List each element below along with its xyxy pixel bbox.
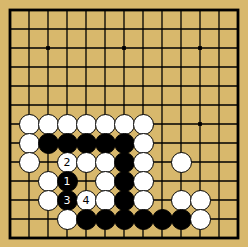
move-number: 4 — [83, 195, 90, 206]
white-stone — [95, 190, 116, 211]
white-stone — [95, 114, 116, 135]
white-stone — [95, 152, 116, 173]
black-stone — [114, 190, 135, 211]
go-diagram: 2134 — [0, 0, 247, 247]
white-stone — [19, 133, 40, 154]
white-stone — [19, 114, 40, 135]
black-stone — [114, 152, 135, 173]
black-stone — [76, 209, 97, 230]
white-stone — [133, 152, 154, 173]
black-stone — [95, 209, 116, 230]
white-stone — [171, 152, 192, 173]
black-stone — [76, 133, 97, 154]
white-stone — [38, 171, 59, 192]
black-stone — [114, 209, 135, 230]
white-stone — [133, 114, 154, 135]
white-stone-move-2: 2 — [57, 152, 78, 173]
white-stone — [114, 114, 135, 135]
white-stone — [38, 114, 59, 135]
white-stone — [190, 209, 211, 230]
white-stone — [133, 190, 154, 211]
white-stone — [76, 152, 97, 173]
black-stone-move-3: 3 — [57, 190, 78, 211]
black-stone — [152, 209, 173, 230]
white-stone — [133, 133, 154, 154]
black-stone — [171, 209, 192, 230]
black-stone — [114, 171, 135, 192]
white-stone — [190, 190, 211, 211]
black-stone — [133, 209, 154, 230]
white-stone — [171, 190, 192, 211]
white-stone — [76, 114, 97, 135]
white-stone — [19, 152, 40, 173]
black-stone-move-1: 1 — [57, 171, 78, 192]
white-stone — [95, 171, 116, 192]
black-stone — [38, 133, 59, 154]
white-stone — [57, 209, 78, 230]
white-stone-move-4: 4 — [76, 190, 97, 211]
white-stone — [38, 190, 59, 211]
black-stone — [95, 133, 116, 154]
move-number: 3 — [64, 195, 71, 206]
white-stone — [57, 114, 78, 135]
stones-layer: 2134 — [1, 1, 248, 247]
move-number: 2 — [64, 157, 71, 168]
black-stone — [114, 133, 135, 154]
black-stone — [57, 133, 78, 154]
white-stone — [133, 171, 154, 192]
move-number: 1 — [64, 176, 71, 187]
